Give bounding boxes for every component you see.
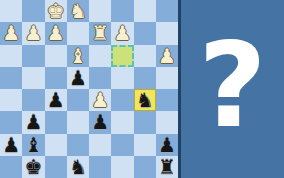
square-f3[interactable] bbox=[111, 111, 133, 133]
piece-white-pawn: ♟ bbox=[91, 90, 109, 110]
piece-white-pawn: ♟ bbox=[2, 23, 20, 43]
square-h5[interactable] bbox=[156, 67, 178, 89]
square-f1[interactable] bbox=[111, 156, 133, 178]
piece-white-king: ♚ bbox=[47, 1, 65, 21]
square-c3[interactable] bbox=[45, 111, 67, 133]
square-g2[interactable] bbox=[134, 134, 156, 156]
piece-white-rook: ♜ bbox=[91, 23, 109, 43]
square-g7[interactable] bbox=[134, 22, 156, 44]
square-c6[interactable] bbox=[45, 45, 67, 67]
square-c8[interactable]: ♚ bbox=[45, 0, 67, 22]
square-g5[interactable] bbox=[134, 67, 156, 89]
square-g8[interactable] bbox=[134, 0, 156, 22]
piece-black-knight: ♞ bbox=[69, 157, 87, 177]
question-mark: ? bbox=[198, 26, 266, 144]
square-f7[interactable]: ♟ bbox=[111, 22, 133, 44]
square-c7[interactable]: ♟ bbox=[45, 22, 67, 44]
piece-black-rook: ♜ bbox=[158, 157, 176, 177]
square-f8[interactable] bbox=[111, 0, 133, 22]
square-e7[interactable]: ♜ bbox=[89, 22, 111, 44]
square-g1[interactable] bbox=[134, 156, 156, 178]
square-d7[interactable] bbox=[67, 22, 89, 44]
piece-black-pawn: ♟ bbox=[69, 68, 87, 88]
piece-white-knight: ♞ bbox=[69, 1, 87, 21]
square-f4[interactable] bbox=[111, 89, 133, 111]
square-d5[interactable]: ♟ bbox=[67, 67, 89, 89]
square-d4[interactable] bbox=[67, 89, 89, 111]
chess-board: ♚♞♟♟♟♜♟♝♟♟♟♟♞♟♟♟♝♟♚♞♜ bbox=[0, 0, 178, 178]
square-h4[interactable] bbox=[156, 89, 178, 111]
square-e4[interactable]: ♟ bbox=[89, 89, 111, 111]
square-b3[interactable]: ♟ bbox=[22, 111, 44, 133]
square-d2[interactable] bbox=[67, 134, 89, 156]
square-e5[interactable] bbox=[89, 67, 111, 89]
piece-black-pawn: ♟ bbox=[2, 135, 20, 155]
square-g6[interactable] bbox=[134, 45, 156, 67]
square-e8[interactable] bbox=[89, 0, 111, 22]
square-f2[interactable] bbox=[111, 134, 133, 156]
square-b5[interactable] bbox=[22, 67, 44, 89]
piece-white-pawn: ♟ bbox=[158, 46, 176, 66]
square-b8[interactable] bbox=[22, 0, 44, 22]
chess-puzzle-widget: ♚♞♟♟♟♜♟♝♟♟♟♟♞♟♟♟♝♟♚♞♜ ? bbox=[0, 0, 284, 178]
square-a3[interactable] bbox=[0, 111, 22, 133]
square-b6[interactable] bbox=[22, 45, 44, 67]
square-c2[interactable] bbox=[45, 134, 67, 156]
square-c1[interactable] bbox=[45, 156, 67, 178]
square-a2[interactable]: ♟ bbox=[0, 134, 22, 156]
piece-black-pawn: ♟ bbox=[24, 112, 42, 132]
square-e3[interactable]: ♟ bbox=[89, 111, 111, 133]
piece-white-bishop: ♝ bbox=[69, 46, 87, 66]
square-d6[interactable]: ♝ bbox=[67, 45, 89, 67]
square-f5[interactable] bbox=[111, 67, 133, 89]
square-h2[interactable]: ♟ bbox=[156, 134, 178, 156]
piece-white-pawn: ♟ bbox=[47, 23, 65, 43]
square-e1[interactable] bbox=[89, 156, 111, 178]
piece-black-bishop: ♝ bbox=[24, 135, 42, 155]
square-a7[interactable]: ♟ bbox=[0, 22, 22, 44]
square-e6[interactable] bbox=[89, 45, 111, 67]
square-h6[interactable]: ♟ bbox=[156, 45, 178, 67]
piece-black-pawn: ♟ bbox=[47, 90, 65, 110]
square-a1[interactable] bbox=[0, 156, 22, 178]
square-c4[interactable]: ♟ bbox=[45, 89, 67, 111]
square-d8[interactable]: ♞ bbox=[67, 0, 89, 22]
square-d1[interactable]: ♞ bbox=[67, 156, 89, 178]
square-e2[interactable] bbox=[89, 134, 111, 156]
square-b4[interactable] bbox=[22, 89, 44, 111]
square-a6[interactable] bbox=[0, 45, 22, 67]
piece-white-pawn: ♟ bbox=[113, 23, 131, 43]
piece-black-pawn: ♟ bbox=[91, 112, 109, 132]
square-h3[interactable] bbox=[156, 111, 178, 133]
square-g3[interactable] bbox=[134, 111, 156, 133]
square-h1[interactable]: ♜ bbox=[156, 156, 178, 178]
piece-black-pawn: ♟ bbox=[158, 135, 176, 155]
square-a5[interactable] bbox=[0, 67, 22, 89]
square-c5[interactable] bbox=[45, 67, 67, 89]
square-b7[interactable]: ♟ bbox=[22, 22, 44, 44]
square-b2[interactable]: ♝ bbox=[22, 134, 44, 156]
square-h7[interactable] bbox=[156, 22, 178, 44]
square-h8[interactable] bbox=[156, 0, 178, 22]
square-b1[interactable]: ♚ bbox=[22, 156, 44, 178]
square-g4[interactable]: ♞ bbox=[134, 89, 156, 111]
puzzle-question-panel: ? bbox=[178, 0, 284, 178]
square-f6[interactable] bbox=[111, 45, 133, 67]
square-d3[interactable] bbox=[67, 111, 89, 133]
square-a8[interactable] bbox=[0, 0, 22, 22]
piece-black-knight: ♞ bbox=[136, 90, 154, 110]
square-a4[interactable] bbox=[0, 89, 22, 111]
piece-white-pawn: ♟ bbox=[24, 23, 42, 43]
piece-black-king: ♚ bbox=[24, 157, 42, 177]
